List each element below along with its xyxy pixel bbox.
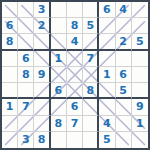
- cell-r3c5[interactable]: 4: [67, 34, 83, 50]
- cell-r3c3[interactable]: [34, 34, 50, 50]
- cell-r9c3[interactable]: 8: [34, 132, 50, 148]
- cell-r1c4[interactable]: [51, 2, 67, 18]
- cell-r3c2[interactable]: [18, 34, 34, 50]
- cell-r2c4[interactable]: [51, 18, 67, 34]
- cell-r1c6[interactable]: [83, 2, 99, 18]
- cell-r4c1[interactable]: [2, 51, 18, 67]
- cell-r6c3[interactable]: [34, 83, 50, 99]
- cell-r4c6[interactable]: 7: [83, 51, 99, 67]
- cell-r4c7[interactable]: [99, 51, 115, 67]
- cell-r8c5[interactable]: 7: [67, 116, 83, 132]
- cell-r3c4[interactable]: [51, 34, 67, 50]
- cell-r3c1[interactable]: 8: [2, 34, 18, 50]
- cell-r2c7[interactable]: [99, 18, 115, 34]
- cell-r1c7[interactable]: 6: [99, 2, 115, 18]
- cell-r2c3[interactable]: 2: [34, 18, 50, 34]
- cell-r5c5[interactable]: [67, 67, 83, 83]
- cell-r8c1[interactable]: [2, 116, 18, 132]
- cell-r3c6[interactable]: [83, 34, 99, 50]
- cell-r6c7[interactable]: [99, 83, 115, 99]
- cell-r5c6[interactable]: [83, 67, 99, 83]
- cell-r3c7[interactable]: [99, 34, 115, 50]
- cell-r6c5[interactable]: [67, 83, 83, 99]
- cell-r7c9[interactable]: 9: [132, 99, 148, 115]
- cell-r1c5[interactable]: [67, 2, 83, 18]
- cell-r2c8[interactable]: [116, 18, 132, 34]
- cell-r7c5[interactable]: 6: [67, 99, 83, 115]
- cell-r3c9[interactable]: 5: [132, 34, 148, 50]
- cell-r3c8[interactable]: 2: [116, 34, 132, 50]
- cell-r4c5[interactable]: [67, 51, 83, 67]
- cell-r5c3[interactable]: 9: [34, 67, 50, 83]
- cell-r9c7[interactable]: 5: [99, 132, 115, 148]
- sudoku-board: 36462858425617891668517698741385: [0, 0, 150, 150]
- cell-r5c9[interactable]: [132, 67, 148, 83]
- cell-r1c9[interactable]: [132, 2, 148, 18]
- cell-r7c7[interactable]: [99, 99, 115, 115]
- cell-r4c8[interactable]: [116, 51, 132, 67]
- cell-r9c4[interactable]: [51, 132, 67, 148]
- cell-r1c1[interactable]: [2, 2, 18, 18]
- cell-r1c3[interactable]: 3: [34, 2, 50, 18]
- cell-r7c1[interactable]: 1: [2, 99, 18, 115]
- cell-r4c3[interactable]: [34, 51, 50, 67]
- cell-r1c8[interactable]: 4: [116, 2, 132, 18]
- cell-r5c8[interactable]: 6: [116, 67, 132, 83]
- cell-r6c9[interactable]: [132, 83, 148, 99]
- cell-r7c3[interactable]: [34, 99, 50, 115]
- cell-r7c8[interactable]: [116, 99, 132, 115]
- cell-r2c5[interactable]: 8: [67, 18, 83, 34]
- cell-r9c5[interactable]: [67, 132, 83, 148]
- cell-r8c6[interactable]: [83, 116, 99, 132]
- cell-r1c2[interactable]: [18, 2, 34, 18]
- cell-r4c2[interactable]: 6: [18, 51, 34, 67]
- cell-r8c4[interactable]: 8: [51, 116, 67, 132]
- cell-r4c9[interactable]: [132, 51, 148, 67]
- cell-r4c4[interactable]: 1: [51, 51, 67, 67]
- cell-r2c9[interactable]: [132, 18, 148, 34]
- cell-r7c2[interactable]: 7: [18, 99, 34, 115]
- cell-r9c9[interactable]: [132, 132, 148, 148]
- cell-r5c4[interactable]: [51, 67, 67, 83]
- cell-r6c2[interactable]: [18, 83, 34, 99]
- cell-r9c1[interactable]: [2, 132, 18, 148]
- cell-r5c1[interactable]: [2, 67, 18, 83]
- sudoku-grid: 36462858425617891668517698741385: [2, 2, 148, 148]
- cell-r8c2[interactable]: [18, 116, 34, 132]
- cell-r9c8[interactable]: [116, 132, 132, 148]
- cell-r2c2[interactable]: [18, 18, 34, 34]
- cell-r9c2[interactable]: 3: [18, 132, 34, 148]
- cell-r6c8[interactable]: 5: [116, 83, 132, 99]
- cell-r5c7[interactable]: 1: [99, 67, 115, 83]
- cell-r7c4[interactable]: [51, 99, 67, 115]
- cell-r8c3[interactable]: [34, 116, 50, 132]
- cell-r5c2[interactable]: 8: [18, 67, 34, 83]
- cell-r8c9[interactable]: 1: [132, 116, 148, 132]
- cell-r7c6[interactable]: [83, 99, 99, 115]
- cell-r2c6[interactable]: 5: [83, 18, 99, 34]
- cell-r6c1[interactable]: [2, 83, 18, 99]
- cell-r8c7[interactable]: 4: [99, 116, 115, 132]
- cell-r6c4[interactable]: 6: [51, 83, 67, 99]
- cell-r9c6[interactable]: [83, 132, 99, 148]
- cell-r8c8[interactable]: [116, 116, 132, 132]
- cell-r6c6[interactable]: 8: [83, 83, 99, 99]
- cell-r2c1[interactable]: 6: [2, 18, 18, 34]
